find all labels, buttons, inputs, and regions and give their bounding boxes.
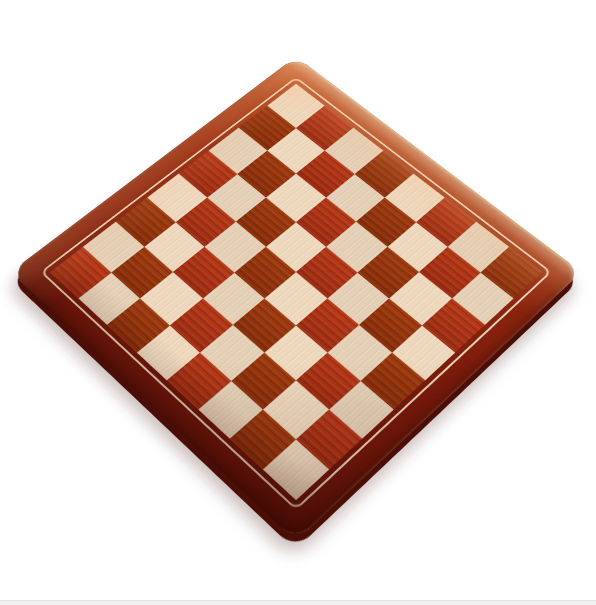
page-bottom-strip xyxy=(0,600,596,605)
photo-background xyxy=(0,0,596,605)
board-perspective-wrap xyxy=(94,70,498,474)
chessboard xyxy=(10,56,581,541)
maple-inlay-line xyxy=(40,77,552,511)
